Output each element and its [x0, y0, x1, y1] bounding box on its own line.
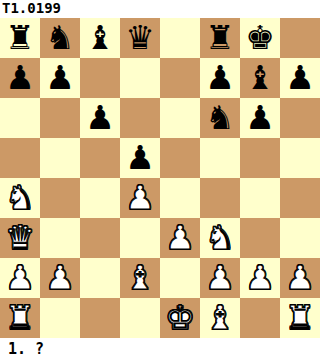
- square-g1[interactable]: [240, 298, 280, 338]
- square-e4[interactable]: [160, 178, 200, 218]
- piece-white-rook: ♜: [285, 298, 315, 338]
- square-c7[interactable]: [80, 58, 120, 98]
- square-e8[interactable]: [160, 18, 200, 58]
- square-a3[interactable]: ♛: [0, 218, 40, 258]
- piece-black-bishop: ♝: [245, 58, 275, 98]
- square-g3[interactable]: [240, 218, 280, 258]
- square-e7[interactable]: [160, 58, 200, 98]
- square-e2[interactable]: [160, 258, 200, 298]
- piece-white-pawn: ♟: [125, 178, 155, 218]
- square-b1[interactable]: [40, 298, 80, 338]
- piece-black-pawn: ♟: [245, 98, 275, 138]
- square-g5[interactable]: [240, 138, 280, 178]
- piece-white-rook: ♜: [5, 298, 35, 338]
- square-h2[interactable]: ♟: [280, 258, 320, 298]
- square-a7[interactable]: ♟: [0, 58, 40, 98]
- square-f5[interactable]: [200, 138, 240, 178]
- puzzle-id: T1.0199: [0, 0, 320, 18]
- square-e1[interactable]: ♚: [160, 298, 200, 338]
- square-b6[interactable]: [40, 98, 80, 138]
- square-g8[interactable]: ♚: [240, 18, 280, 58]
- square-c3[interactable]: [80, 218, 120, 258]
- square-a8[interactable]: ♜: [0, 18, 40, 58]
- square-d8[interactable]: ♛: [120, 18, 160, 58]
- square-c5[interactable]: [80, 138, 120, 178]
- square-e6[interactable]: [160, 98, 200, 138]
- square-c2[interactable]: [80, 258, 120, 298]
- square-a1[interactable]: ♜: [0, 298, 40, 338]
- piece-white-pawn: ♟: [165, 218, 195, 258]
- puzzle-page: T1.0199 ♜♞♝♛♜♚♟♟♟♝♟♟♞♟♟♞♟♛♟♞♟♟♝♟♟♟♜♚♝♜ 1…: [0, 0, 320, 360]
- square-h5[interactable]: [280, 138, 320, 178]
- square-f4[interactable]: [200, 178, 240, 218]
- square-c6[interactable]: ♟: [80, 98, 120, 138]
- square-h4[interactable]: [280, 178, 320, 218]
- chess-board: ♜♞♝♛♜♚♟♟♟♝♟♟♞♟♟♞♟♛♟♞♟♟♝♟♟♟♜♚♝♜: [0, 18, 320, 338]
- square-a6[interactable]: [0, 98, 40, 138]
- piece-white-knight: ♞: [205, 218, 235, 258]
- square-h6[interactable]: [280, 98, 320, 138]
- piece-white-pawn: ♟: [285, 258, 315, 298]
- square-b3[interactable]: [40, 218, 80, 258]
- square-h8[interactable]: [280, 18, 320, 58]
- piece-white-pawn: ♟: [45, 258, 75, 298]
- square-b7[interactable]: ♟: [40, 58, 80, 98]
- square-e3[interactable]: ♟: [160, 218, 200, 258]
- piece-white-queen: ♛: [5, 218, 35, 258]
- square-g7[interactable]: ♝: [240, 58, 280, 98]
- square-c8[interactable]: ♝: [80, 18, 120, 58]
- square-g4[interactable]: [240, 178, 280, 218]
- square-d7[interactable]: [120, 58, 160, 98]
- piece-white-bishop: ♝: [205, 298, 235, 338]
- piece-black-pawn: ♟: [45, 58, 75, 98]
- piece-white-king: ♚: [165, 298, 195, 338]
- piece-black-king: ♚: [245, 18, 275, 58]
- square-g6[interactable]: ♟: [240, 98, 280, 138]
- square-a2[interactable]: ♟: [0, 258, 40, 298]
- piece-white-knight: ♞: [5, 178, 35, 218]
- square-f1[interactable]: ♝: [200, 298, 240, 338]
- piece-black-rook: ♜: [5, 18, 35, 58]
- square-f8[interactable]: ♜: [200, 18, 240, 58]
- square-f6[interactable]: ♞: [200, 98, 240, 138]
- piece-black-pawn: ♟: [85, 98, 115, 138]
- square-c4[interactable]: [80, 178, 120, 218]
- piece-white-pawn: ♟: [245, 258, 275, 298]
- square-d4[interactable]: ♟: [120, 178, 160, 218]
- piece-black-bishop: ♝: [85, 18, 115, 58]
- piece-black-rook: ♜: [205, 18, 235, 58]
- piece-black-pawn: ♟: [5, 58, 35, 98]
- square-h7[interactable]: ♟: [280, 58, 320, 98]
- square-b8[interactable]: ♞: [40, 18, 80, 58]
- square-d2[interactable]: ♝: [120, 258, 160, 298]
- square-d5[interactable]: ♟: [120, 138, 160, 178]
- piece-black-pawn: ♟: [205, 58, 235, 98]
- square-b2[interactable]: ♟: [40, 258, 80, 298]
- square-c1[interactable]: [80, 298, 120, 338]
- square-g2[interactable]: ♟: [240, 258, 280, 298]
- square-a4[interactable]: ♞: [0, 178, 40, 218]
- square-f3[interactable]: ♞: [200, 218, 240, 258]
- square-b4[interactable]: [40, 178, 80, 218]
- piece-black-pawn: ♟: [125, 138, 155, 178]
- piece-white-pawn: ♟: [205, 258, 235, 298]
- square-e5[interactable]: [160, 138, 200, 178]
- square-a5[interactable]: [0, 138, 40, 178]
- square-h3[interactable]: [280, 218, 320, 258]
- piece-black-knight: ♞: [205, 98, 235, 138]
- square-f2[interactable]: ♟: [200, 258, 240, 298]
- square-d1[interactable]: [120, 298, 160, 338]
- square-f7[interactable]: ♟: [200, 58, 240, 98]
- piece-white-bishop: ♝: [125, 258, 155, 298]
- square-h1[interactable]: ♜: [280, 298, 320, 338]
- piece-black-pawn: ♟: [285, 58, 315, 98]
- piece-black-queen: ♛: [125, 18, 155, 58]
- square-b5[interactable]: [40, 138, 80, 178]
- piece-black-knight: ♞: [45, 18, 75, 58]
- piece-white-pawn: ♟: [5, 258, 35, 298]
- move-prompt: 1. ?: [0, 338, 320, 360]
- square-d3[interactable]: [120, 218, 160, 258]
- square-d6[interactable]: [120, 98, 160, 138]
